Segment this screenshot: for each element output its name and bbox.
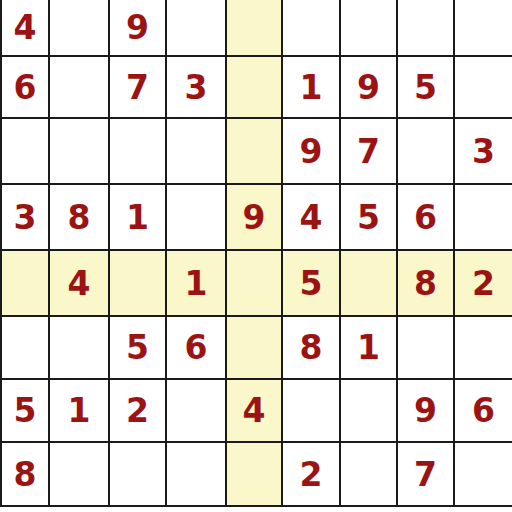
sudoku-cell-r6c2[interactable]	[50, 317, 110, 380]
sudoku-cell-r4c8[interactable]: 6	[398, 185, 455, 251]
sudoku-cell-r5c7[interactable]	[341, 251, 398, 317]
sudoku-cell-r3c4[interactable]	[167, 119, 227, 185]
sudoku-cell-r2c2[interactable]	[50, 57, 110, 119]
sudoku-cell-r7c3[interactable]: 2	[110, 380, 167, 443]
sudoku-cell-r4c3[interactable]: 1	[110, 185, 167, 251]
sudoku-cell-r2c8[interactable]: 5	[398, 57, 455, 119]
sudoku-cell-r6c9[interactable]	[455, 317, 512, 380]
sudoku-cell-r7c4[interactable]	[167, 380, 227, 443]
sudoku-cell-r8c7[interactable]	[341, 443, 398, 507]
sudoku-cell-r3c5[interactable]	[227, 119, 283, 185]
sudoku-cell-r1c8[interactable]	[398, 0, 455, 57]
sudoku-cell-r8c8[interactable]: 7	[398, 443, 455, 507]
sudoku-cell-r6c7[interactable]: 1	[341, 317, 398, 380]
sudoku-cell-r6c1[interactable]	[2, 317, 50, 380]
sudoku-board: 496731959733819456415825681512496827	[0, 0, 512, 507]
sudoku-cell-r2c5[interactable]	[227, 57, 283, 119]
sudoku-cell-r3c1[interactable]	[2, 119, 50, 185]
sudoku-cell-r5c2[interactable]: 4	[50, 251, 110, 317]
sudoku-cell-r1c5[interactable]	[227, 0, 283, 57]
sudoku-cell-r1c7[interactable]	[341, 0, 398, 57]
sudoku-cell-r6c3[interactable]: 5	[110, 317, 167, 380]
sudoku-cell-r5c1[interactable]	[2, 251, 50, 317]
sudoku-cell-r5c3[interactable]	[110, 251, 167, 317]
sudoku-cell-r5c8[interactable]: 8	[398, 251, 455, 317]
sudoku-cell-r7c8[interactable]: 9	[398, 380, 455, 443]
sudoku-cell-r4c6[interactable]: 4	[283, 185, 341, 251]
sudoku-cell-r5c5[interactable]	[227, 251, 283, 317]
sudoku-cell-r1c2[interactable]	[50, 0, 110, 57]
sudoku-cell-r6c8[interactable]	[398, 317, 455, 380]
sudoku-cell-r8c6[interactable]: 2	[283, 443, 341, 507]
sudoku-cell-r3c3[interactable]	[110, 119, 167, 185]
sudoku-cell-r1c4[interactable]	[167, 0, 227, 57]
sudoku-cell-r5c4[interactable]: 1	[167, 251, 227, 317]
sudoku-cell-r6c6[interactable]: 8	[283, 317, 341, 380]
sudoku-cell-r2c4[interactable]: 3	[167, 57, 227, 119]
sudoku-cell-r3c8[interactable]	[398, 119, 455, 185]
sudoku-cell-r1c1[interactable]: 4	[2, 0, 50, 57]
sudoku-cell-r7c7[interactable]	[341, 380, 398, 443]
sudoku-cell-r1c3[interactable]: 9	[110, 0, 167, 57]
sudoku-cell-r7c6[interactable]	[283, 380, 341, 443]
sudoku-cell-r7c1[interactable]: 5	[2, 380, 50, 443]
sudoku-cell-r4c4[interactable]	[167, 185, 227, 251]
sudoku-cell-r4c5[interactable]: 9	[227, 185, 283, 251]
sudoku-cell-r3c7[interactable]: 7	[341, 119, 398, 185]
sudoku-cell-r7c2[interactable]: 1	[50, 380, 110, 443]
sudoku-cell-r3c6[interactable]: 9	[283, 119, 341, 185]
sudoku-cell-r1c9[interactable]	[455, 0, 512, 57]
sudoku-cell-r7c9[interactable]: 6	[455, 380, 512, 443]
sudoku-cell-r8c5[interactable]	[227, 443, 283, 507]
sudoku-cell-r1c6[interactable]	[283, 0, 341, 57]
sudoku-cell-r8c3[interactable]	[110, 443, 167, 507]
sudoku-cell-r5c9[interactable]: 2	[455, 251, 512, 317]
sudoku-cell-r2c7[interactable]: 9	[341, 57, 398, 119]
sudoku-cell-r8c2[interactable]	[50, 443, 110, 507]
sudoku-cell-r4c9[interactable]	[455, 185, 512, 251]
sudoku-cell-r4c2[interactable]: 8	[50, 185, 110, 251]
sudoku-cell-r8c4[interactable]	[167, 443, 227, 507]
sudoku-cell-r4c7[interactable]: 5	[341, 185, 398, 251]
sudoku-cell-r3c9[interactable]: 3	[455, 119, 512, 185]
sudoku-cell-r2c1[interactable]: 6	[2, 57, 50, 119]
sudoku-cell-r5c6[interactable]: 5	[283, 251, 341, 317]
sudoku-cell-r8c1[interactable]: 8	[2, 443, 50, 507]
sudoku-cell-r6c4[interactable]: 6	[167, 317, 227, 380]
sudoku-cell-r2c6[interactable]: 1	[283, 57, 341, 119]
sudoku-cell-r8c9[interactable]	[455, 443, 512, 507]
sudoku-cell-r2c9[interactable]	[455, 57, 512, 119]
sudoku-cell-r3c2[interactable]	[50, 119, 110, 185]
sudoku-cell-r4c1[interactable]: 3	[2, 185, 50, 251]
sudoku-cell-r2c3[interactable]: 7	[110, 57, 167, 119]
sudoku-cell-r7c5[interactable]: 4	[227, 380, 283, 443]
sudoku-cell-r6c5[interactable]	[227, 317, 283, 380]
